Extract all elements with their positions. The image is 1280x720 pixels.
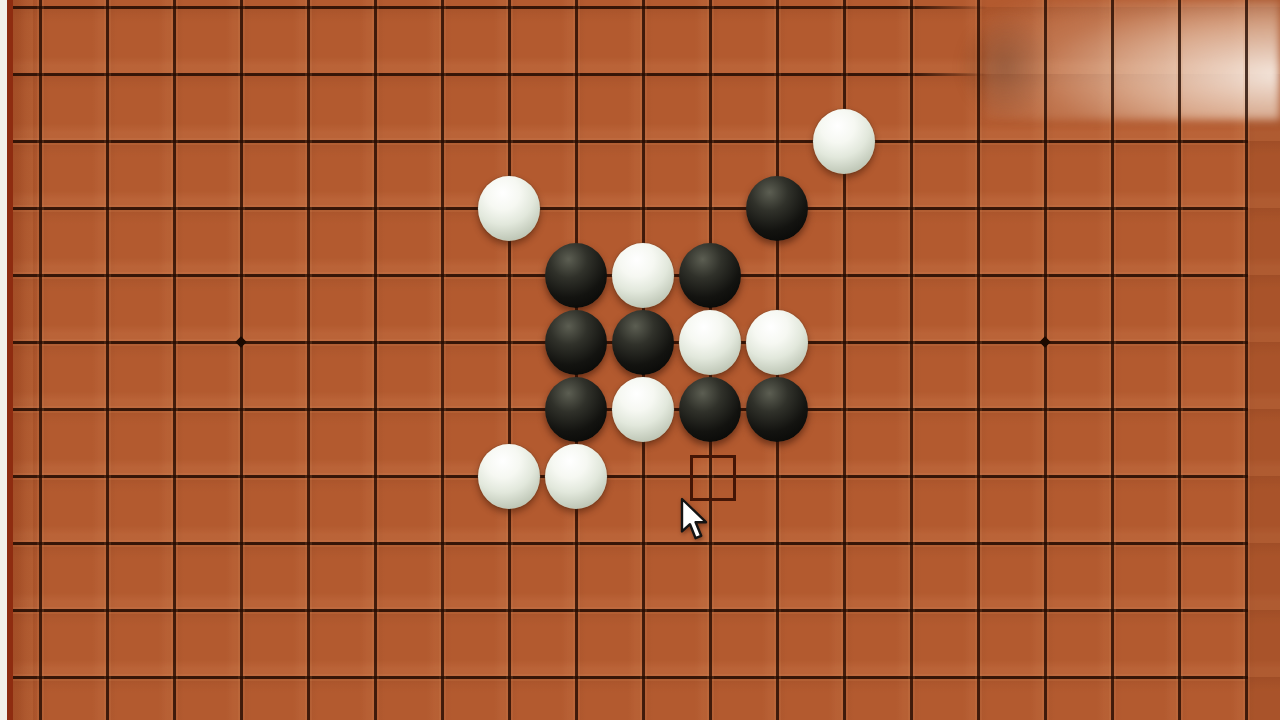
grid-vline bbox=[106, 0, 109, 720]
grid-vline bbox=[843, 0, 846, 720]
mouse-cursor-icon bbox=[680, 497, 712, 545]
grid-vline bbox=[977, 0, 980, 720]
grid-vline bbox=[173, 0, 176, 720]
star-point bbox=[1039, 336, 1050, 347]
grid-vline bbox=[240, 0, 243, 720]
blur-smudge-artifact bbox=[958, 12, 1053, 120]
board-border-edge bbox=[7, 0, 13, 720]
grid-vline bbox=[508, 0, 511, 720]
black-stone bbox=[746, 176, 808, 241]
grid-vline bbox=[1178, 0, 1181, 720]
white-stone bbox=[612, 377, 674, 442]
white-stone bbox=[478, 176, 540, 241]
grid-hline bbox=[12, 140, 1248, 143]
go-board[interactable] bbox=[0, 0, 1280, 720]
grid-vline bbox=[441, 0, 444, 720]
white-stone bbox=[746, 310, 808, 375]
black-stone bbox=[746, 377, 808, 442]
grid-hline bbox=[12, 609, 1248, 612]
grid-vline bbox=[1044, 0, 1047, 720]
grid-hline bbox=[12, 676, 1248, 679]
black-stone bbox=[612, 310, 674, 375]
grid-vline bbox=[374, 0, 377, 720]
grid-vline bbox=[1111, 0, 1114, 720]
grid-vline bbox=[1245, 0, 1248, 720]
grid-hline bbox=[12, 475, 1248, 478]
white-stone bbox=[679, 310, 741, 375]
grid-vline bbox=[910, 0, 913, 720]
white-stone bbox=[545, 444, 607, 509]
white-stone bbox=[478, 444, 540, 509]
board-right-margin-shade bbox=[1249, 0, 1280, 720]
next-move-marker bbox=[690, 455, 736, 501]
star-point bbox=[235, 336, 246, 347]
black-stone bbox=[679, 377, 741, 442]
grid-vline bbox=[307, 0, 310, 720]
black-stone bbox=[545, 310, 607, 375]
white-stone bbox=[813, 109, 875, 174]
black-stone bbox=[545, 377, 607, 442]
grid-hline bbox=[12, 207, 1248, 210]
black-stone bbox=[679, 243, 741, 308]
grid-vline bbox=[39, 0, 42, 720]
white-stone bbox=[612, 243, 674, 308]
grid-hline bbox=[12, 542, 1248, 545]
watermark-blur-artifact bbox=[985, 0, 1280, 120]
board-left-margin-shade bbox=[13, 0, 40, 720]
black-stone bbox=[545, 243, 607, 308]
